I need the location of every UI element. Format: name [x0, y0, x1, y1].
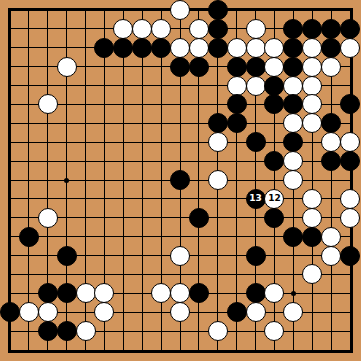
black-stone[interactable]	[283, 227, 303, 247]
grid-line-horizontal	[10, 274, 350, 275]
black-stone[interactable]	[246, 132, 266, 152]
white-stone[interactable]	[170, 246, 190, 266]
white-stone[interactable]	[321, 57, 341, 77]
black-stone[interactable]	[283, 38, 303, 58]
white-stone[interactable]	[340, 132, 360, 152]
white-stone[interactable]	[340, 189, 360, 209]
white-stone[interactable]	[19, 302, 39, 322]
black-stone[interactable]	[227, 302, 247, 322]
black-stone[interactable]	[38, 283, 58, 303]
white-stone[interactable]	[170, 0, 190, 20]
white-stone[interactable]	[246, 38, 266, 58]
white-stone[interactable]	[170, 38, 190, 58]
white-stone[interactable]	[302, 38, 322, 58]
white-stone[interactable]	[132, 19, 152, 39]
black-stone[interactable]	[19, 227, 39, 247]
black-stone[interactable]	[170, 57, 190, 77]
black-stone[interactable]	[113, 38, 133, 58]
black-stone[interactable]	[227, 57, 247, 77]
white-stone[interactable]	[302, 76, 322, 96]
black-stone[interactable]	[208, 113, 228, 133]
white-stone[interactable]	[189, 19, 209, 39]
black-stone[interactable]	[246, 283, 266, 303]
go-board[interactable]: 1312	[0, 0, 361, 361]
black-stone[interactable]	[321, 19, 341, 39]
white-stone[interactable]	[283, 76, 303, 96]
white-stone[interactable]	[208, 321, 228, 341]
black-stone[interactable]	[321, 38, 341, 58]
move-number-label: 12	[268, 194, 281, 203]
black-stone[interactable]	[170, 170, 190, 190]
white-stone[interactable]	[151, 19, 171, 39]
black-stone[interactable]	[132, 38, 152, 58]
grid-line-vertical	[350, 10, 351, 350]
black-stone[interactable]	[340, 151, 360, 171]
black-stone[interactable]	[227, 94, 247, 114]
white-stone[interactable]	[189, 38, 209, 58]
white-stone[interactable]	[340, 38, 360, 58]
black-stone[interactable]	[246, 57, 266, 77]
white-stone[interactable]	[208, 132, 228, 152]
star-point	[291, 291, 296, 296]
white-stone[interactable]	[208, 170, 228, 190]
white-stone[interactable]	[76, 321, 96, 341]
white-stone[interactable]	[76, 283, 96, 303]
black-stone[interactable]	[57, 246, 77, 266]
white-stone[interactable]	[321, 246, 341, 266]
white-stone[interactable]	[227, 38, 247, 58]
black-stone[interactable]	[208, 0, 228, 20]
white-stone[interactable]	[57, 57, 77, 77]
black-stone[interactable]	[340, 246, 360, 266]
black-stone[interactable]	[227, 113, 247, 133]
move-number-label: 13	[249, 194, 262, 203]
black-stone[interactable]	[283, 57, 303, 77]
white-stone[interactable]	[264, 57, 284, 77]
grid-line-horizontal	[10, 217, 350, 218]
black-stone[interactable]	[264, 76, 284, 96]
white-stone[interactable]	[38, 208, 58, 228]
black-stone[interactable]	[189, 57, 209, 77]
black-stone[interactable]	[208, 19, 228, 39]
black-stone[interactable]	[189, 208, 209, 228]
white-stone[interactable]	[246, 76, 266, 96]
go-board-screenshot: 1312	[0, 0, 361, 361]
white-stone[interactable]	[302, 208, 322, 228]
white-stone[interactable]	[38, 302, 58, 322]
grid-line-horizontal	[10, 350, 350, 351]
black-stone[interactable]	[246, 246, 266, 266]
move-13-stone[interactable]: 13	[246, 189, 266, 209]
black-stone[interactable]	[57, 283, 77, 303]
black-stone[interactable]	[340, 94, 360, 114]
black-stone[interactable]	[340, 19, 360, 39]
white-stone[interactable]	[340, 208, 360, 228]
white-stone[interactable]	[246, 302, 266, 322]
black-stone[interactable]	[208, 38, 228, 58]
black-stone[interactable]	[151, 38, 171, 58]
black-stone[interactable]	[302, 19, 322, 39]
black-stone[interactable]	[38, 321, 58, 341]
white-stone[interactable]	[302, 57, 322, 77]
black-stone[interactable]	[302, 227, 322, 247]
white-stone[interactable]	[246, 19, 266, 39]
star-point	[64, 178, 69, 183]
white-stone[interactable]	[227, 76, 247, 96]
white-stone[interactable]	[321, 227, 341, 247]
white-stone[interactable]	[302, 189, 322, 209]
grid-line-horizontal	[10, 198, 350, 199]
black-stone[interactable]	[57, 321, 77, 341]
